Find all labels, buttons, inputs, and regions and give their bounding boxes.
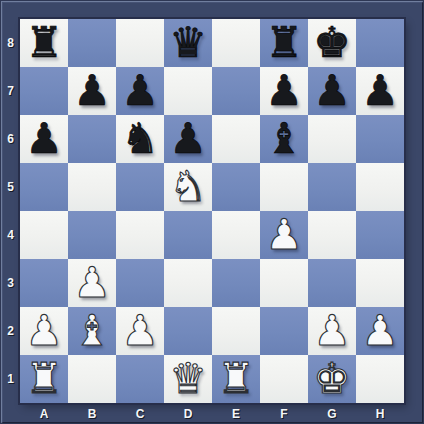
piece-black-pawn[interactable]: ♟	[121, 67, 159, 115]
square-a8[interactable]: ♜	[20, 19, 68, 67]
square-d7[interactable]	[164, 67, 212, 115]
piece-black-pawn[interactable]: ♟	[169, 115, 207, 163]
square-h8[interactable]	[356, 19, 404, 67]
square-h6[interactable]	[356, 115, 404, 163]
square-b6[interactable]	[68, 115, 116, 163]
square-f4[interactable]: ♟	[260, 211, 308, 259]
piece-white-bishop[interactable]: ♝	[73, 307, 111, 355]
square-c2[interactable]: ♟	[116, 307, 164, 355]
piece-black-rook[interactable]: ♜	[25, 19, 63, 67]
square-d3[interactable]	[164, 259, 212, 307]
square-g6[interactable]	[308, 115, 356, 163]
piece-black-pawn[interactable]: ♟	[73, 67, 111, 115]
piece-black-queen[interactable]: ♛	[169, 19, 207, 67]
square-d4[interactable]	[164, 211, 212, 259]
square-f2[interactable]	[260, 307, 308, 355]
piece-white-pawn[interactable]: ♟	[313, 307, 351, 355]
square-f6[interactable]: ♝	[260, 115, 308, 163]
square-d2[interactable]	[164, 307, 212, 355]
piece-white-pawn[interactable]: ♟	[73, 259, 111, 307]
square-b3[interactable]: ♟	[68, 259, 116, 307]
square-a1[interactable]: ♜	[20, 355, 68, 403]
piece-black-pawn[interactable]: ♟	[25, 115, 63, 163]
square-a6[interactable]: ♟	[20, 115, 68, 163]
square-a3[interactable]	[20, 259, 68, 307]
square-h4[interactable]	[356, 211, 404, 259]
square-c4[interactable]	[116, 211, 164, 259]
piece-white-pawn[interactable]: ♟	[265, 211, 303, 259]
square-a2[interactable]: ♟	[20, 307, 68, 355]
rank-label-5: 5	[1, 163, 20, 211]
square-g1[interactable]: ♚	[308, 355, 356, 403]
square-b4[interactable]	[68, 211, 116, 259]
square-g5[interactable]	[308, 163, 356, 211]
square-a4[interactable]	[20, 211, 68, 259]
square-c6[interactable]: ♞	[116, 115, 164, 163]
square-d6[interactable]: ♟	[164, 115, 212, 163]
rank-label-7: 7	[1, 67, 20, 115]
square-b2[interactable]: ♝	[68, 307, 116, 355]
piece-white-knight[interactable]: ♞	[169, 163, 207, 211]
file-label-e: E	[212, 403, 260, 424]
square-h2[interactable]: ♟	[356, 307, 404, 355]
board-frame: ♜♛♜♚♟♟♟♟♟♟♞♟♝♞♟♟♟♝♟♟♟♜♛♜♚ 87654321 ABCDE…	[0, 0, 424, 424]
piece-white-king[interactable]: ♚	[313, 355, 351, 403]
piece-white-rook[interactable]: ♜	[217, 355, 255, 403]
square-e5[interactable]	[212, 163, 260, 211]
square-g4[interactable]	[308, 211, 356, 259]
file-label-h: H	[356, 403, 404, 424]
square-c5[interactable]	[116, 163, 164, 211]
square-h3[interactable]	[356, 259, 404, 307]
square-c8[interactable]	[116, 19, 164, 67]
square-h5[interactable]	[356, 163, 404, 211]
square-h7[interactable]: ♟	[356, 67, 404, 115]
piece-white-pawn[interactable]: ♟	[361, 307, 399, 355]
square-e3[interactable]	[212, 259, 260, 307]
rank-label-2: 2	[1, 307, 20, 355]
piece-white-rook[interactable]: ♜	[25, 355, 63, 403]
square-g3[interactable]	[308, 259, 356, 307]
file-label-d: D	[164, 403, 212, 424]
square-e4[interactable]	[212, 211, 260, 259]
square-g2[interactable]: ♟	[308, 307, 356, 355]
piece-black-pawn[interactable]: ♟	[361, 67, 399, 115]
rank-labels: 87654321	[1, 19, 20, 403]
piece-black-king[interactable]: ♚	[313, 19, 351, 67]
square-h1[interactable]	[356, 355, 404, 403]
file-label-a: A	[20, 403, 68, 424]
square-f5[interactable]	[260, 163, 308, 211]
rank-label-3: 3	[1, 259, 20, 307]
square-c1[interactable]	[116, 355, 164, 403]
file-labels: ABCDEFGH	[20, 403, 404, 424]
file-label-f: F	[260, 403, 308, 424]
piece-black-knight[interactable]: ♞	[121, 115, 159, 163]
file-label-c: C	[116, 403, 164, 424]
file-label-b: B	[68, 403, 116, 424]
square-f1[interactable]	[260, 355, 308, 403]
square-d5[interactable]: ♞	[164, 163, 212, 211]
rank-label-1: 1	[1, 355, 20, 403]
square-f3[interactable]	[260, 259, 308, 307]
square-a5[interactable]	[20, 163, 68, 211]
piece-white-pawn[interactable]: ♟	[121, 307, 159, 355]
square-d8[interactable]: ♛	[164, 19, 212, 67]
square-e8[interactable]	[212, 19, 260, 67]
piece-black-pawn[interactable]: ♟	[265, 67, 303, 115]
square-f8[interactable]: ♜	[260, 19, 308, 67]
square-a7[interactable]	[20, 67, 68, 115]
square-e2[interactable]	[212, 307, 260, 355]
square-b1[interactable]	[68, 355, 116, 403]
square-e7[interactable]	[212, 67, 260, 115]
square-f7[interactable]: ♟	[260, 67, 308, 115]
square-e6[interactable]	[212, 115, 260, 163]
square-c7[interactable]: ♟	[116, 67, 164, 115]
square-b5[interactable]	[68, 163, 116, 211]
piece-white-pawn[interactable]: ♟	[25, 307, 63, 355]
square-c3[interactable]	[116, 259, 164, 307]
rank-label-8: 8	[1, 19, 20, 67]
piece-black-bishop[interactable]: ♝	[265, 115, 303, 163]
square-g7[interactable]: ♟	[308, 67, 356, 115]
square-b8[interactable]	[68, 19, 116, 67]
square-e1[interactable]: ♜	[212, 355, 260, 403]
square-g8[interactable]: ♚	[308, 19, 356, 67]
rank-label-4: 4	[1, 211, 20, 259]
rank-label-6: 6	[1, 115, 20, 163]
piece-black-pawn[interactable]: ♟	[313, 67, 351, 115]
piece-black-rook[interactable]: ♜	[265, 19, 303, 67]
piece-white-queen[interactable]: ♛	[169, 355, 207, 403]
square-b7[interactable]: ♟	[68, 67, 116, 115]
square-d1[interactable]: ♛	[164, 355, 212, 403]
chess-board: ♜♛♜♚♟♟♟♟♟♟♞♟♝♞♟♟♟♝♟♟♟♜♛♜♚	[20, 19, 404, 403]
file-label-g: G	[308, 403, 356, 424]
